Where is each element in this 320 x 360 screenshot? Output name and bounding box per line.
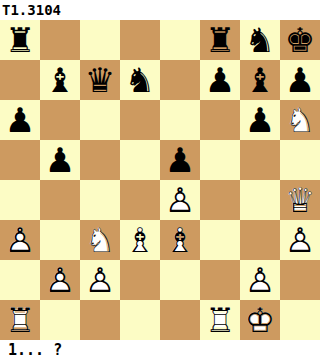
square-f3[interactable]	[200, 220, 240, 260]
black-bishop-glyph: ♝	[240, 60, 280, 100]
square-g7[interactable]: ♝	[240, 60, 280, 100]
white-rook: ♜♖	[200, 300, 240, 340]
white-bishop: ♝♗	[120, 220, 160, 260]
white-pawn-outline: ♙	[0, 220, 40, 260]
square-g4[interactable]	[240, 180, 280, 220]
black-pawn-glyph: ♟	[240, 100, 280, 140]
square-b2[interactable]: ♟♙	[40, 260, 80, 300]
square-d4[interactable]	[120, 180, 160, 220]
move-prompt: 1... ?	[8, 340, 62, 360]
black-pawn: ♟	[240, 100, 280, 140]
square-e6[interactable]	[160, 100, 200, 140]
square-g2[interactable]: ♟♙	[240, 260, 280, 300]
square-f6[interactable]	[200, 100, 240, 140]
square-e8[interactable]	[160, 20, 200, 60]
square-d8[interactable]	[120, 20, 160, 60]
white-queen: ♛♕	[280, 180, 320, 220]
square-c7[interactable]: ♛	[80, 60, 120, 100]
black-pawn: ♟	[280, 60, 320, 100]
square-e7[interactable]	[160, 60, 200, 100]
square-b6[interactable]	[40, 100, 80, 140]
square-c4[interactable]	[80, 180, 120, 220]
square-g3[interactable]	[240, 220, 280, 260]
white-bishop: ♝♗	[160, 220, 200, 260]
black-rook-glyph: ♜	[0, 20, 40, 60]
black-queen: ♛	[80, 60, 120, 100]
black-pawn-glyph: ♟	[200, 60, 240, 100]
black-king-glyph: ♚	[280, 20, 320, 60]
square-h5[interactable]	[280, 140, 320, 180]
square-e4[interactable]: ♟♙	[160, 180, 200, 220]
black-pawn-glyph: ♟	[160, 140, 200, 180]
white-knight: ♞♘	[280, 100, 320, 140]
black-pawn-glyph: ♟	[0, 100, 40, 140]
white-pawn: ♟♙	[160, 180, 200, 220]
square-c5[interactable]	[80, 140, 120, 180]
square-h8[interactable]: ♚	[280, 20, 320, 60]
square-f7[interactable]: ♟	[200, 60, 240, 100]
black-queen-glyph: ♛	[80, 60, 120, 100]
square-b1[interactable]	[40, 300, 80, 340]
black-bishop-glyph: ♝	[40, 60, 80, 100]
black-bishop: ♝	[40, 60, 80, 100]
statusbar: 1... ?	[0, 340, 320, 360]
black-pawn: ♟	[40, 140, 80, 180]
white-pawn-outline: ♙	[80, 260, 120, 300]
square-f4[interactable]	[200, 180, 240, 220]
white-king-outline: ♔	[240, 300, 280, 340]
square-d5[interactable]	[120, 140, 160, 180]
square-g8[interactable]: ♞	[240, 20, 280, 60]
white-pawn: ♟♙	[40, 260, 80, 300]
square-d7[interactable]: ♞	[120, 60, 160, 100]
square-a5[interactable]	[0, 140, 40, 180]
white-king: ♚♔	[240, 300, 280, 340]
square-g5[interactable]	[240, 140, 280, 180]
square-a3[interactable]: ♟♙	[0, 220, 40, 260]
white-rook-outline: ♖	[200, 300, 240, 340]
square-g1[interactable]: ♚♔	[240, 300, 280, 340]
black-knight: ♞	[120, 60, 160, 100]
white-queen-outline: ♕	[280, 180, 320, 220]
square-c2[interactable]: ♟♙	[80, 260, 120, 300]
square-b5[interactable]: ♟	[40, 140, 80, 180]
square-a6[interactable]: ♟	[0, 100, 40, 140]
black-rook-glyph: ♜	[200, 20, 240, 60]
black-pawn-glyph: ♟	[40, 140, 80, 180]
white-bishop-outline: ♗	[160, 220, 200, 260]
white-knight-outline: ♘	[280, 100, 320, 140]
square-b8[interactable]	[40, 20, 80, 60]
square-a2[interactable]	[0, 260, 40, 300]
black-pawn: ♟	[160, 140, 200, 180]
square-a1[interactable]: ♜♖	[0, 300, 40, 340]
chess-puzzle-app: T1.3104 ♜♜♞♚♝♛♞♟♝♟♟♟♞♘♟♟♟♙♛♕♟♙♞♘♝♗♝♗♟♙♟♙…	[0, 0, 320, 360]
square-d2[interactable]	[120, 260, 160, 300]
black-pawn: ♟	[0, 100, 40, 140]
black-pawn: ♟	[200, 60, 240, 100]
white-pawn: ♟♙	[280, 220, 320, 260]
square-d6[interactable]	[120, 100, 160, 140]
white-pawn-outline: ♙	[280, 220, 320, 260]
square-e3[interactable]: ♝♗	[160, 220, 200, 260]
square-d1[interactable]	[120, 300, 160, 340]
black-rook: ♜	[0, 20, 40, 60]
white-pawn-outline: ♙	[160, 180, 200, 220]
square-a4[interactable]	[0, 180, 40, 220]
white-knight-outline: ♘	[80, 220, 120, 260]
white-rook: ♜♖	[0, 300, 40, 340]
square-f5[interactable]	[200, 140, 240, 180]
square-d3[interactable]: ♝♗	[120, 220, 160, 260]
square-c3[interactable]: ♞♘	[80, 220, 120, 260]
square-g6[interactable]: ♟	[240, 100, 280, 140]
white-pawn-outline: ♙	[40, 260, 80, 300]
square-c6[interactable]	[80, 100, 120, 140]
black-pawn-glyph: ♟	[280, 60, 320, 100]
white-pawn: ♟♙	[80, 260, 120, 300]
black-king: ♚	[280, 20, 320, 60]
black-knight-glyph: ♞	[240, 20, 280, 60]
black-knight-glyph: ♞	[120, 60, 160, 100]
black-rook: ♜	[200, 20, 240, 60]
white-pawn: ♟♙	[0, 220, 40, 260]
square-e1[interactable]	[160, 300, 200, 340]
black-bishop: ♝	[240, 60, 280, 100]
square-h3[interactable]: ♟♙	[280, 220, 320, 260]
white-pawn-outline: ♙	[240, 260, 280, 300]
square-a8[interactable]: ♜	[0, 20, 40, 60]
square-f8[interactable]: ♜	[200, 20, 240, 60]
white-pawn: ♟♙	[240, 260, 280, 300]
square-h1[interactable]	[280, 300, 320, 340]
square-b7[interactable]: ♝	[40, 60, 80, 100]
square-h4[interactable]: ♛♕	[280, 180, 320, 220]
puzzle-id: T1.3104	[2, 0, 61, 20]
square-h7[interactable]: ♟	[280, 60, 320, 100]
square-e2[interactable]	[160, 260, 200, 300]
white-rook-outline: ♖	[0, 300, 40, 340]
square-h6[interactable]: ♞♘	[280, 100, 320, 140]
black-knight: ♞	[240, 20, 280, 60]
white-knight: ♞♘	[80, 220, 120, 260]
chess-board: ♜♜♞♚♝♛♞♟♝♟♟♟♞♘♟♟♟♙♛♕♟♙♞♘♝♗♝♗♟♙♟♙♟♙♟♙♜♖♜♖…	[0, 20, 320, 340]
square-b4[interactable]	[40, 180, 80, 220]
titlebar: T1.3104	[0, 0, 320, 20]
square-b3[interactable]	[40, 220, 80, 260]
square-h2[interactable]	[280, 260, 320, 300]
square-c1[interactable]	[80, 300, 120, 340]
square-f1[interactable]: ♜♖	[200, 300, 240, 340]
square-e5[interactable]: ♟	[160, 140, 200, 180]
square-c8[interactable]	[80, 20, 120, 60]
white-bishop-outline: ♗	[120, 220, 160, 260]
square-a7[interactable]	[0, 60, 40, 100]
square-f2[interactable]	[200, 260, 240, 300]
